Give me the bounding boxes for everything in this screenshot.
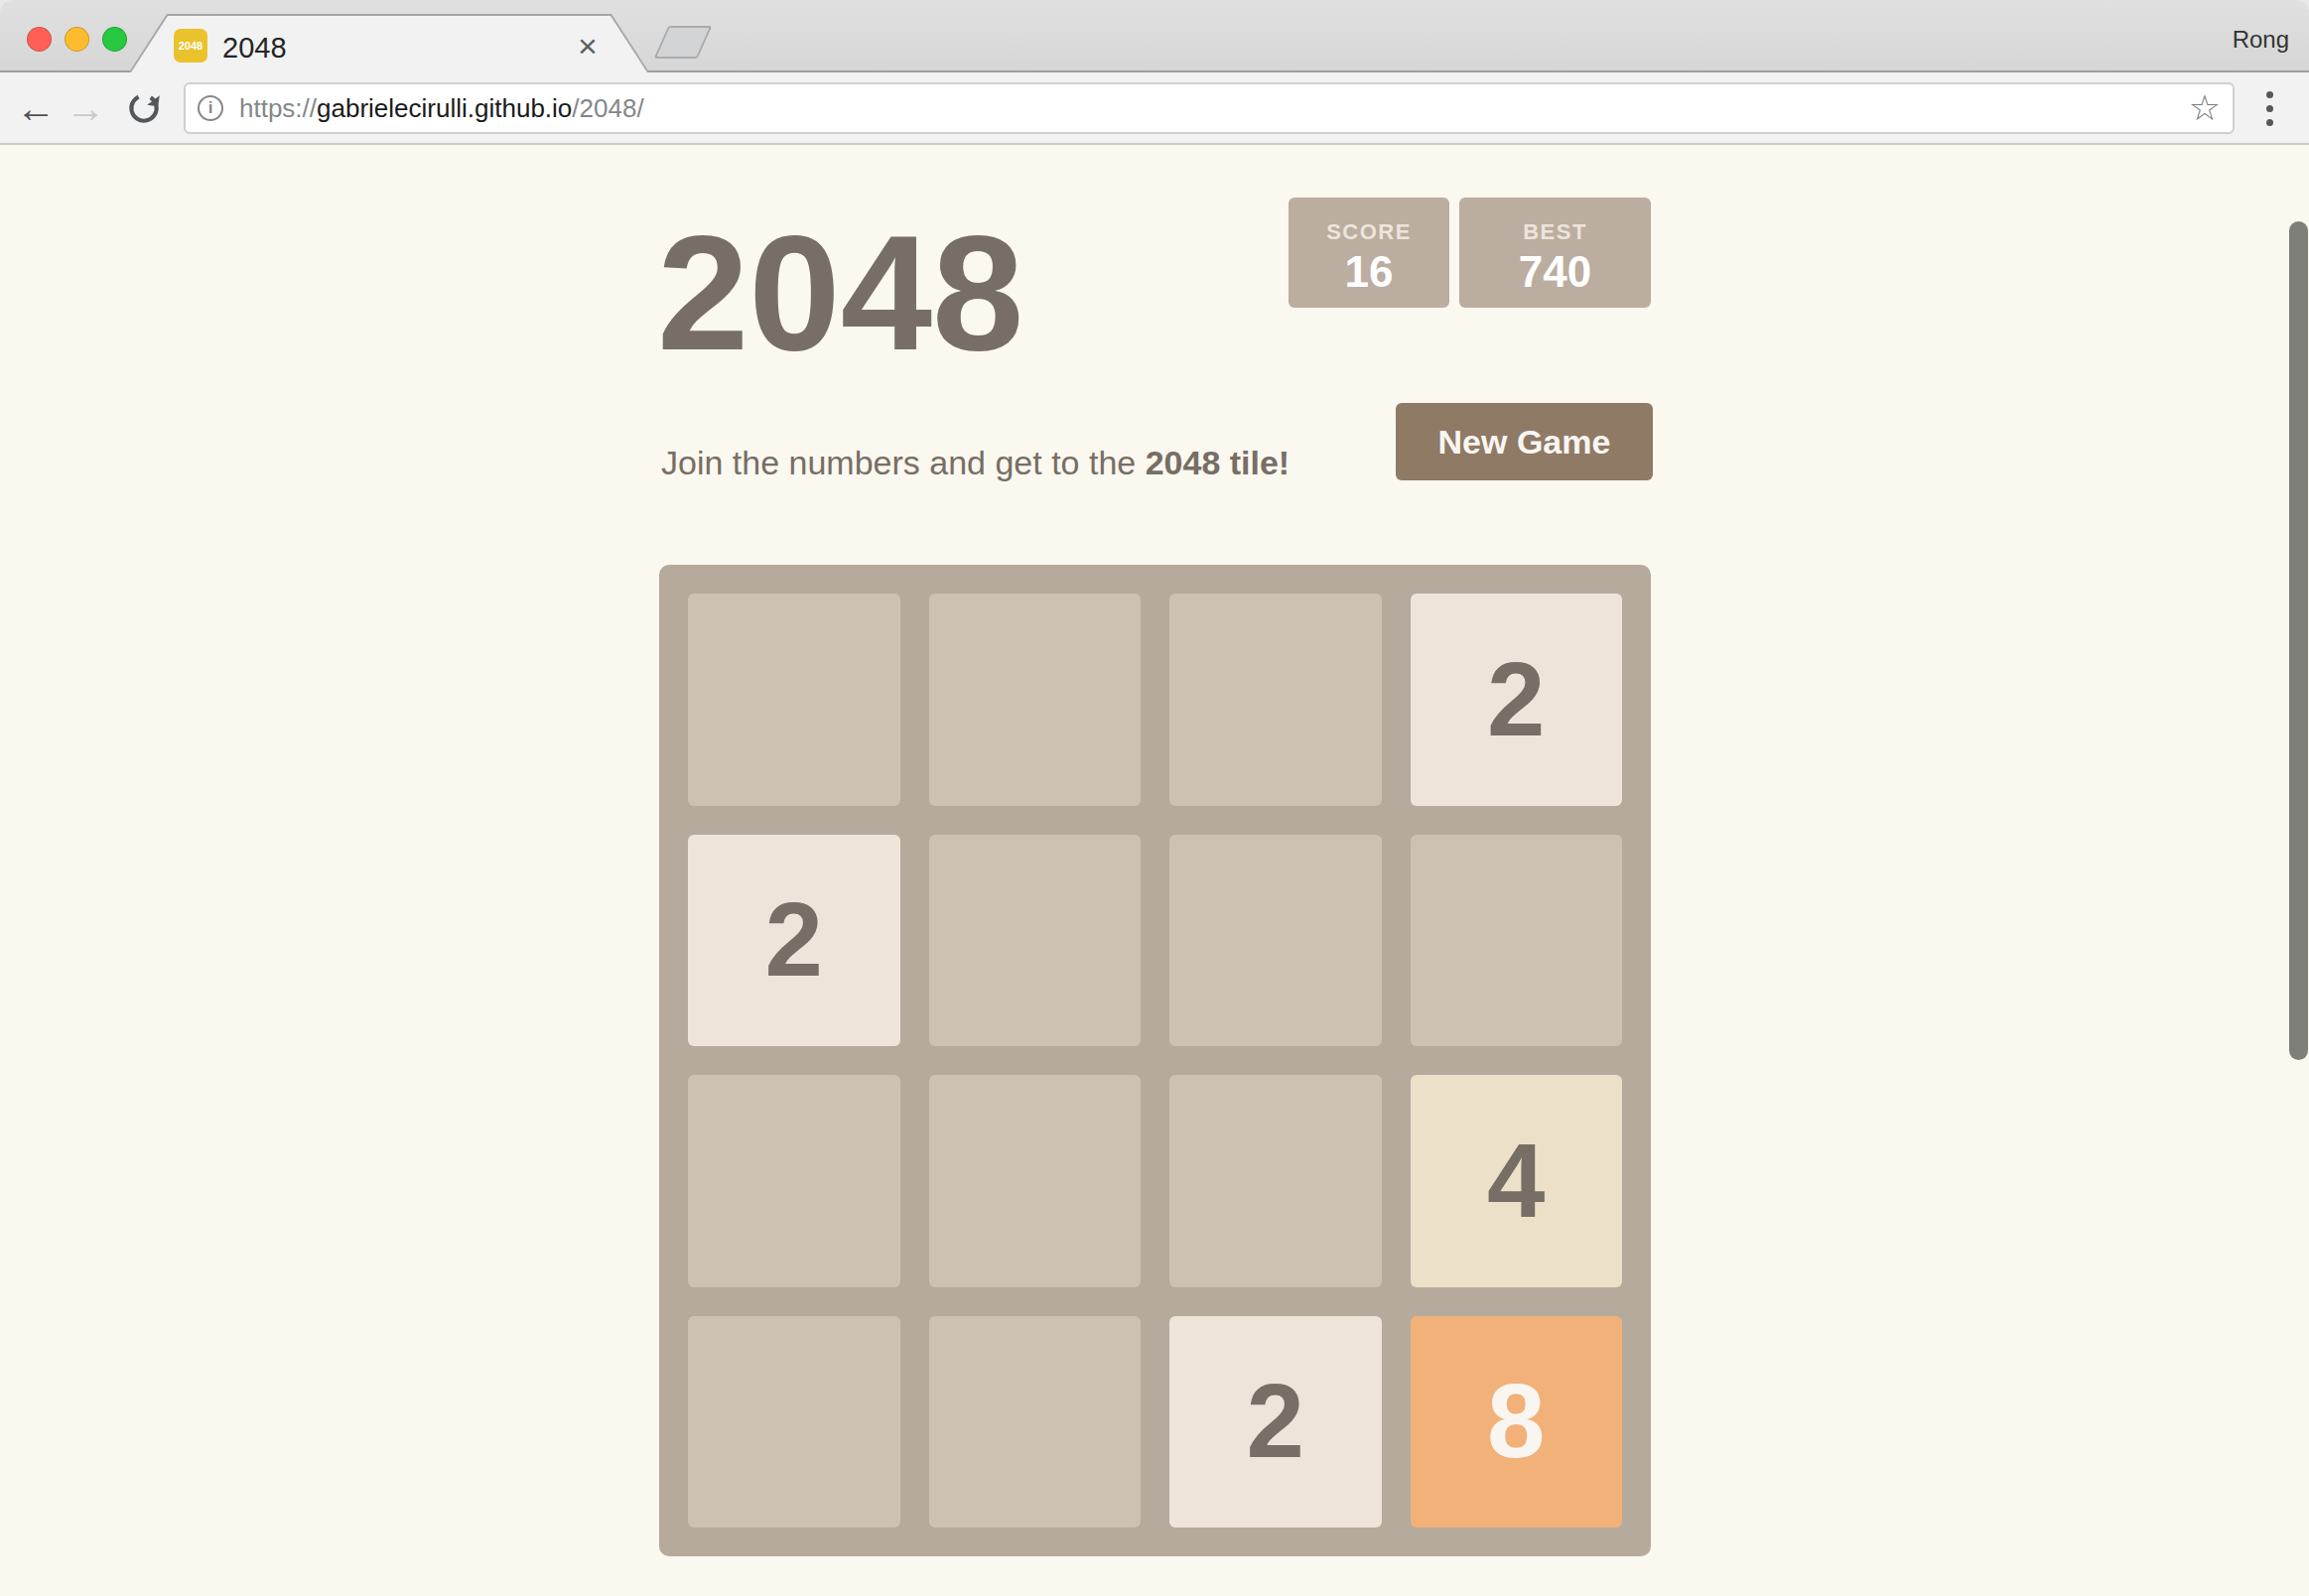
- minimize-window-button[interactable]: [65, 27, 89, 52]
- empty-cell: [1411, 835, 1623, 1047]
- bookmark-star-icon[interactable]: ☆: [2189, 86, 2221, 130]
- back-icon[interactable]: ←: [16, 86, 56, 130]
- tile-4: 4: [1411, 1075, 1623, 1287]
- tile-2: 2: [1411, 594, 1623, 806]
- tab-title: 2048: [222, 30, 287, 66]
- url-path: /2048/: [572, 93, 643, 123]
- score-label: SCORE: [1289, 219, 1449, 245]
- tile-2: 2: [688, 835, 900, 1047]
- empty-cell: [929, 835, 1142, 1047]
- url-bar[interactable]: i https://gabrielecirulli.github.io/2048…: [184, 82, 2235, 134]
- board-grid[interactable]: 22428: [659, 565, 1651, 1556]
- tile-2: 2: [1169, 1316, 1382, 1529]
- empty-cell: [688, 594, 900, 806]
- scores-container: SCORE 16 BEST 740: [1289, 198, 1651, 308]
- empty-cell: [929, 594, 1142, 806]
- empty-cell: [1169, 835, 1382, 1047]
- scrollbar-thumb[interactable]: [2289, 221, 2308, 1060]
- zoom-window-button[interactable]: [102, 27, 127, 52]
- tab-favicon-icon: 2048: [174, 29, 207, 63]
- chrome-menu-icon[interactable]: [2266, 91, 2274, 133]
- empty-cell: [1169, 1075, 1382, 1287]
- reload-icon[interactable]: [125, 89, 163, 127]
- toolbar: ← → i https://gabrielecirulli.github.io/…: [0, 72, 2309, 145]
- tab-close-icon[interactable]: ×: [578, 26, 598, 66]
- intro-text: Join the numbers and get to the 2048 til…: [661, 440, 1290, 485]
- best-value: 740: [1459, 250, 1651, 294]
- best-label: BEST: [1459, 219, 1651, 245]
- score-box: SCORE 16: [1289, 198, 1449, 308]
- profile-name[interactable]: Rong: [2233, 26, 2289, 54]
- close-window-button[interactable]: [27, 27, 52, 52]
- empty-cell: [929, 1075, 1142, 1287]
- empty-cell: [929, 1316, 1142, 1529]
- tab-strip: 2048 2048 × Rong: [0, 0, 2309, 72]
- new-tab-button[interactable]: [654, 26, 713, 59]
- empty-cell: [688, 1075, 900, 1287]
- page-title: 2048: [657, 210, 1023, 375]
- best-box: BEST 740: [1459, 198, 1651, 308]
- url-host: gabrielecirulli.github.io: [317, 93, 572, 123]
- browser-window: 2048 2048 × Rong ← → i https://gabrielec…: [0, 0, 2309, 1596]
- url-scheme: https://: [239, 93, 317, 123]
- forward-icon[interactable]: →: [66, 86, 105, 130]
- tile-8: 8: [1411, 1316, 1623, 1529]
- new-game-button[interactable]: New Game: [1396, 403, 1653, 480]
- url-text: https://gabrielecirulli.github.io/2048/: [239, 93, 644, 124]
- intro-goal: 2048 tile!: [1146, 444, 1290, 481]
- empty-cell: [1169, 594, 1382, 806]
- page-info-icon[interactable]: i: [198, 95, 223, 121]
- page-content: 2048 SCORE 16 BEST 740 Join the numbers …: [0, 147, 2309, 1596]
- empty-cell: [688, 1316, 900, 1529]
- score-value: 16: [1289, 250, 1449, 294]
